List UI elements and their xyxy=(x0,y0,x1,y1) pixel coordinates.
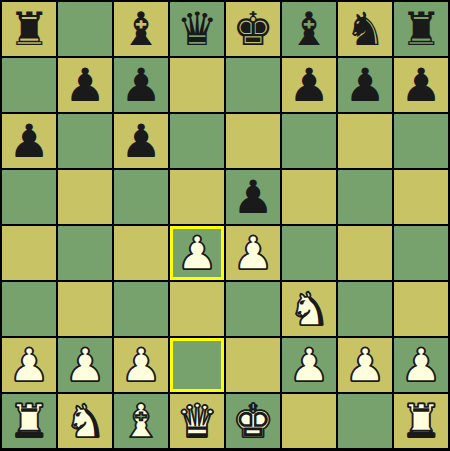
square-b4[interactable] xyxy=(58,226,112,280)
square-g5[interactable] xyxy=(338,170,392,224)
square-b6[interactable] xyxy=(58,114,112,168)
square-e1[interactable]: ♚ xyxy=(226,394,280,448)
square-d5[interactable] xyxy=(170,170,224,224)
piece-white-queen[interactable]: ♛ xyxy=(176,398,217,444)
piece-white-pawn[interactable]: ♟ xyxy=(232,230,273,276)
piece-white-bishop[interactable]: ♝ xyxy=(120,398,161,444)
square-a6[interactable]: ♟ xyxy=(2,114,56,168)
piece-black-bishop[interactable]: ♝ xyxy=(288,6,329,52)
square-c8[interactable]: ♝ xyxy=(114,2,168,56)
square-g1[interactable] xyxy=(338,394,392,448)
square-g2[interactable]: ♟ xyxy=(338,338,392,392)
piece-black-pawn[interactable]: ♟ xyxy=(288,62,329,108)
piece-white-knight[interactable]: ♞ xyxy=(288,286,329,332)
square-b8[interactable] xyxy=(58,2,112,56)
square-h7[interactable]: ♟ xyxy=(394,58,448,112)
square-c5[interactable] xyxy=(114,170,168,224)
piece-black-pawn[interactable]: ♟ xyxy=(8,118,49,164)
square-h3[interactable] xyxy=(394,282,448,336)
square-c2[interactable]: ♟ xyxy=(114,338,168,392)
square-b1[interactable]: ♞ xyxy=(58,394,112,448)
square-e6[interactable] xyxy=(226,114,280,168)
square-a1[interactable]: ♜ xyxy=(2,394,56,448)
piece-black-rook[interactable]: ♜ xyxy=(8,6,49,52)
square-c6[interactable]: ♟ xyxy=(114,114,168,168)
square-e7[interactable] xyxy=(226,58,280,112)
square-b3[interactable] xyxy=(58,282,112,336)
square-f5[interactable] xyxy=(282,170,336,224)
square-b7[interactable]: ♟ xyxy=(58,58,112,112)
square-h8[interactable]: ♜ xyxy=(394,2,448,56)
square-e4[interactable]: ♟ xyxy=(226,226,280,280)
square-h4[interactable] xyxy=(394,226,448,280)
square-a8[interactable]: ♜ xyxy=(2,2,56,56)
piece-white-pawn[interactable]: ♟ xyxy=(64,342,105,388)
piece-black-queen[interactable]: ♛ xyxy=(176,6,217,52)
square-a4[interactable] xyxy=(2,226,56,280)
piece-black-pawn[interactable]: ♟ xyxy=(344,62,385,108)
piece-white-king[interactable]: ♚ xyxy=(232,398,273,444)
square-f1[interactable] xyxy=(282,394,336,448)
piece-black-bishop[interactable]: ♝ xyxy=(120,6,161,52)
square-f8[interactable]: ♝ xyxy=(282,2,336,56)
square-d7[interactable] xyxy=(170,58,224,112)
piece-black-pawn[interactable]: ♟ xyxy=(120,118,161,164)
square-b5[interactable] xyxy=(58,170,112,224)
chess-board: ♜♝♛♚♝♞♜♟♟♟♟♟♟♟♟♟♟♞♟♟♟♟♟♟♜♞♝♛♚♜ xyxy=(0,0,450,451)
piece-white-knight[interactable]: ♞ xyxy=(64,398,105,444)
square-h1[interactable]: ♜ xyxy=(394,394,448,448)
square-c1[interactable]: ♝ xyxy=(114,394,168,448)
square-f6[interactable] xyxy=(282,114,336,168)
square-c3[interactable] xyxy=(114,282,168,336)
square-d6[interactable] xyxy=(170,114,224,168)
square-e3[interactable] xyxy=(226,282,280,336)
piece-white-pawn[interactable]: ♟ xyxy=(288,342,329,388)
piece-black-king[interactable]: ♚ xyxy=(232,6,273,52)
square-c7[interactable]: ♟ xyxy=(114,58,168,112)
piece-black-pawn[interactable]: ♟ xyxy=(120,62,161,108)
piece-black-pawn[interactable]: ♟ xyxy=(64,62,105,108)
square-c4[interactable] xyxy=(114,226,168,280)
piece-black-pawn[interactable]: ♟ xyxy=(400,62,441,108)
square-g7[interactable]: ♟ xyxy=(338,58,392,112)
square-a2[interactable]: ♟ xyxy=(2,338,56,392)
square-a7[interactable] xyxy=(2,58,56,112)
square-d1[interactable]: ♛ xyxy=(170,394,224,448)
square-g8[interactable]: ♞ xyxy=(338,2,392,56)
piece-white-pawn[interactable]: ♟ xyxy=(8,342,49,388)
square-e2[interactable] xyxy=(226,338,280,392)
square-f4[interactable] xyxy=(282,226,336,280)
square-f7[interactable]: ♟ xyxy=(282,58,336,112)
square-f3[interactable]: ♞ xyxy=(282,282,336,336)
piece-black-pawn[interactable]: ♟ xyxy=(232,174,273,220)
square-e8[interactable]: ♚ xyxy=(226,2,280,56)
piece-white-rook[interactable]: ♜ xyxy=(400,398,441,444)
piece-black-rook[interactable]: ♜ xyxy=(400,6,441,52)
square-d2[interactable] xyxy=(170,338,224,392)
piece-black-knight[interactable]: ♞ xyxy=(344,6,385,52)
square-e5[interactable]: ♟ xyxy=(226,170,280,224)
square-b2[interactable]: ♟ xyxy=(58,338,112,392)
square-g4[interactable] xyxy=(338,226,392,280)
square-a5[interactable] xyxy=(2,170,56,224)
piece-white-pawn[interactable]: ♟ xyxy=(176,230,217,276)
square-a3[interactable] xyxy=(2,282,56,336)
square-g6[interactable] xyxy=(338,114,392,168)
piece-white-rook[interactable]: ♜ xyxy=(8,398,49,444)
square-f2[interactable]: ♟ xyxy=(282,338,336,392)
piece-white-pawn[interactable]: ♟ xyxy=(120,342,161,388)
square-h5[interactable] xyxy=(394,170,448,224)
piece-white-pawn[interactable]: ♟ xyxy=(400,342,441,388)
square-d3[interactable] xyxy=(170,282,224,336)
square-h2[interactable]: ♟ xyxy=(394,338,448,392)
square-h6[interactable] xyxy=(394,114,448,168)
square-d8[interactable]: ♛ xyxy=(170,2,224,56)
square-d4[interactable]: ♟ xyxy=(170,226,224,280)
square-g3[interactable] xyxy=(338,282,392,336)
piece-white-pawn[interactable]: ♟ xyxy=(344,342,385,388)
